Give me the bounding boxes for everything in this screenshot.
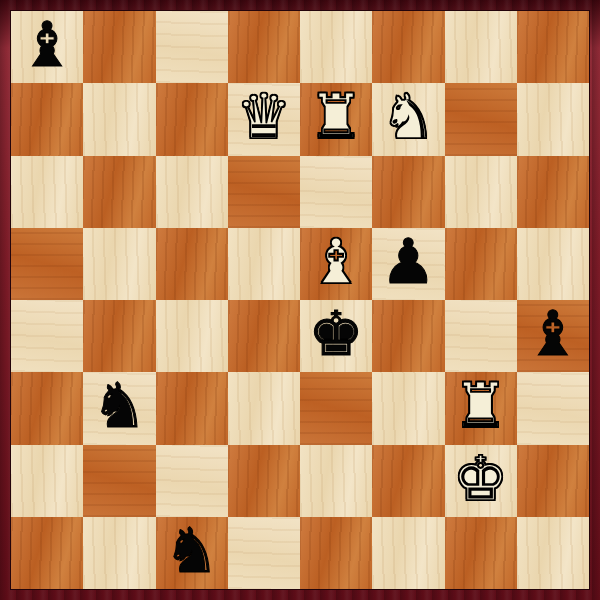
square-e3[interactable] bbox=[300, 372, 372, 444]
square-e4[interactable]: ♚ bbox=[300, 300, 372, 372]
piece-black-knight[interactable]: ♞ bbox=[92, 372, 148, 442]
square-d7[interactable]: ♛ bbox=[228, 83, 300, 155]
square-f5[interactable]: ♟ bbox=[372, 228, 444, 300]
square-g8[interactable] bbox=[445, 11, 517, 83]
piece-white-rook[interactable]: ♜ bbox=[453, 372, 509, 442]
piece-white-queen[interactable]: ♛ bbox=[236, 83, 292, 153]
square-b3[interactable]: ♞ bbox=[83, 372, 155, 444]
square-c3[interactable] bbox=[156, 372, 228, 444]
square-c8[interactable] bbox=[156, 11, 228, 83]
square-g5[interactable] bbox=[445, 228, 517, 300]
square-b8[interactable] bbox=[83, 11, 155, 83]
square-g2[interactable]: ♚ bbox=[445, 445, 517, 517]
square-e7[interactable]: ♜ bbox=[300, 83, 372, 155]
square-e8[interactable] bbox=[300, 11, 372, 83]
square-e6[interactable] bbox=[300, 156, 372, 228]
square-e1[interactable] bbox=[300, 517, 372, 589]
square-h1[interactable] bbox=[517, 517, 589, 589]
square-a8[interactable]: ♝ bbox=[11, 11, 83, 83]
square-h3[interactable] bbox=[517, 372, 589, 444]
square-f6[interactable] bbox=[372, 156, 444, 228]
square-a3[interactable] bbox=[11, 372, 83, 444]
square-b6[interactable] bbox=[83, 156, 155, 228]
piece-white-king[interactable]: ♚ bbox=[453, 445, 509, 515]
square-a2[interactable] bbox=[11, 445, 83, 517]
piece-black-bishop[interactable]: ♝ bbox=[19, 11, 75, 81]
square-f4[interactable] bbox=[372, 300, 444, 372]
square-b7[interactable] bbox=[83, 83, 155, 155]
square-a7[interactable] bbox=[11, 83, 83, 155]
square-e5[interactable]: ♝ bbox=[300, 228, 372, 300]
piece-white-bishop[interactable]: ♝ bbox=[308, 228, 364, 298]
square-b1[interactable] bbox=[83, 517, 155, 589]
square-h8[interactable] bbox=[517, 11, 589, 83]
square-h6[interactable] bbox=[517, 156, 589, 228]
square-a4[interactable] bbox=[11, 300, 83, 372]
square-a6[interactable] bbox=[11, 156, 83, 228]
square-g3[interactable]: ♜ bbox=[445, 372, 517, 444]
square-a5[interactable] bbox=[11, 228, 83, 300]
board-frame: ♝♛♜♞♝♟♚♝♞♜♚♞ bbox=[0, 0, 600, 600]
square-g1[interactable] bbox=[445, 517, 517, 589]
square-c6[interactable] bbox=[156, 156, 228, 228]
square-c2[interactable] bbox=[156, 445, 228, 517]
piece-black-king[interactable]: ♚ bbox=[308, 300, 364, 370]
square-d8[interactable] bbox=[228, 11, 300, 83]
square-c7[interactable] bbox=[156, 83, 228, 155]
piece-white-knight[interactable]: ♞ bbox=[381, 83, 437, 153]
square-f1[interactable] bbox=[372, 517, 444, 589]
square-c4[interactable] bbox=[156, 300, 228, 372]
piece-black-knight[interactable]: ♞ bbox=[164, 517, 220, 587]
square-b5[interactable] bbox=[83, 228, 155, 300]
square-g6[interactable] bbox=[445, 156, 517, 228]
square-d6[interactable] bbox=[228, 156, 300, 228]
square-c5[interactable] bbox=[156, 228, 228, 300]
square-d5[interactable] bbox=[228, 228, 300, 300]
chess-board: ♝♛♜♞♝♟♚♝♞♜♚♞ bbox=[10, 10, 590, 590]
square-d4[interactable] bbox=[228, 300, 300, 372]
square-f8[interactable] bbox=[372, 11, 444, 83]
square-c1[interactable]: ♞ bbox=[156, 517, 228, 589]
square-b2[interactable] bbox=[83, 445, 155, 517]
square-d3[interactable] bbox=[228, 372, 300, 444]
square-h2[interactable] bbox=[517, 445, 589, 517]
piece-black-bishop[interactable]: ♝ bbox=[525, 300, 581, 370]
square-f3[interactable] bbox=[372, 372, 444, 444]
piece-black-pawn[interactable]: ♟ bbox=[381, 228, 437, 298]
piece-white-rook[interactable]: ♜ bbox=[308, 83, 364, 153]
square-b4[interactable] bbox=[83, 300, 155, 372]
square-h4[interactable]: ♝ bbox=[517, 300, 589, 372]
square-e2[interactable] bbox=[300, 445, 372, 517]
square-a1[interactable] bbox=[11, 517, 83, 589]
square-f7[interactable]: ♞ bbox=[372, 83, 444, 155]
square-d2[interactable] bbox=[228, 445, 300, 517]
square-d1[interactable] bbox=[228, 517, 300, 589]
square-h5[interactable] bbox=[517, 228, 589, 300]
square-g4[interactable] bbox=[445, 300, 517, 372]
square-h7[interactable] bbox=[517, 83, 589, 155]
square-f2[interactable] bbox=[372, 445, 444, 517]
square-g7[interactable] bbox=[445, 83, 517, 155]
